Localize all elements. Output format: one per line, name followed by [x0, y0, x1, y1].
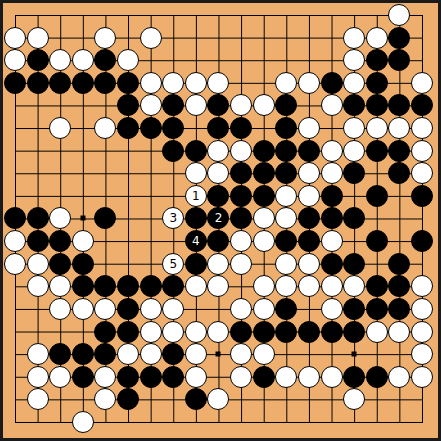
black-stone — [117, 275, 139, 297]
white-stone — [275, 366, 297, 388]
black-stone — [162, 275, 184, 297]
black-stone — [27, 72, 49, 94]
black-stone — [117, 321, 139, 343]
black-stone — [388, 162, 410, 184]
white-stone — [49, 207, 71, 229]
white-stone — [298, 253, 320, 275]
black-stone — [411, 94, 433, 116]
black-stone — [72, 343, 94, 365]
black-stone — [388, 298, 410, 320]
white-stone — [27, 366, 49, 388]
white-stone — [298, 162, 320, 184]
white-stone — [366, 117, 388, 139]
white-stone — [140, 72, 162, 94]
black-stone — [321, 321, 343, 343]
black-stone — [162, 343, 184, 365]
black-stone — [207, 94, 229, 116]
white-stone — [321, 298, 343, 320]
white-stone — [207, 162, 229, 184]
black-stone — [207, 185, 229, 207]
white-stone — [185, 162, 207, 184]
white-stone — [207, 253, 229, 275]
white-stone — [321, 162, 343, 184]
white-stone — [4, 49, 26, 71]
black-stone — [411, 185, 433, 207]
black-stone — [4, 207, 26, 229]
black-stone — [230, 162, 252, 184]
star-point — [352, 352, 357, 357]
black-stone — [321, 72, 343, 94]
white-stone — [4, 230, 26, 252]
black-stone — [275, 162, 297, 184]
black-stone — [49, 230, 71, 252]
white-stone — [343, 49, 365, 71]
numbered-stone-5: 5 — [162, 253, 184, 275]
white-stone — [230, 253, 252, 275]
black-stone — [72, 275, 94, 297]
white-stone — [94, 366, 116, 388]
black-stone — [298, 230, 320, 252]
white-stone — [49, 275, 71, 297]
black-stone — [49, 253, 71, 275]
black-stone — [388, 275, 410, 297]
black-stone — [140, 275, 162, 297]
black-stone — [230, 207, 252, 229]
white-stone — [275, 253, 297, 275]
black-stone — [388, 27, 410, 49]
black-stone — [185, 253, 207, 275]
white-stone — [298, 185, 320, 207]
white-stone — [27, 388, 49, 410]
white-stone — [230, 94, 252, 116]
white-stone — [411, 72, 433, 94]
white-stone — [343, 275, 365, 297]
white-stone — [321, 366, 343, 388]
black-stone — [321, 253, 343, 275]
black-stone — [366, 94, 388, 116]
white-stone — [230, 343, 252, 365]
white-stone — [140, 343, 162, 365]
white-stone — [253, 230, 275, 252]
black-stone — [253, 366, 275, 388]
black-stone — [94, 72, 116, 94]
white-stone — [207, 388, 229, 410]
black-stone — [275, 230, 297, 252]
black-stone — [162, 117, 184, 139]
white-stone — [207, 72, 229, 94]
star-point — [216, 352, 221, 357]
black-stone — [162, 366, 184, 388]
black-stone — [117, 388, 139, 410]
white-stone — [275, 185, 297, 207]
white-stone — [94, 117, 116, 139]
black-stone — [230, 321, 252, 343]
white-stone — [388, 117, 410, 139]
white-stone — [49, 117, 71, 139]
white-stone — [298, 366, 320, 388]
white-stone — [343, 72, 365, 94]
black-stone — [366, 185, 388, 207]
black-stone — [343, 162, 365, 184]
black-stone — [27, 49, 49, 71]
white-stone — [253, 343, 275, 365]
black-stone — [94, 321, 116, 343]
black-stone — [72, 253, 94, 275]
black-stone — [253, 140, 275, 162]
white-stone — [388, 321, 410, 343]
black-stone — [49, 343, 71, 365]
white-stone — [321, 230, 343, 252]
white-stone — [72, 298, 94, 320]
white-stone — [411, 321, 433, 343]
black-stone — [343, 321, 365, 343]
white-stone — [94, 388, 116, 410]
black-stone — [275, 298, 297, 320]
black-stone — [117, 94, 139, 116]
white-stone — [185, 94, 207, 116]
white-stone — [343, 140, 365, 162]
black-stone — [321, 207, 343, 229]
black-stone — [366, 230, 388, 252]
black-stone — [366, 49, 388, 71]
white-stone — [321, 94, 343, 116]
white-stone — [298, 117, 320, 139]
white-stone — [185, 275, 207, 297]
white-stone — [230, 298, 252, 320]
black-stone — [117, 298, 139, 320]
white-stone — [230, 140, 252, 162]
white-stone — [72, 411, 94, 433]
white-stone — [230, 230, 252, 252]
black-stone — [298, 321, 320, 343]
white-stone — [49, 298, 71, 320]
numbered-stone-3: 3 — [162, 207, 184, 229]
black-stone — [94, 49, 116, 71]
white-stone — [162, 72, 184, 94]
white-stone — [298, 275, 320, 297]
white-stone — [298, 72, 320, 94]
black-stone — [207, 117, 229, 139]
white-stone — [411, 140, 433, 162]
black-stone — [162, 140, 184, 162]
black-stone — [366, 298, 388, 320]
black-stone — [253, 321, 275, 343]
black-stone — [140, 366, 162, 388]
white-stone — [253, 94, 275, 116]
black-stone — [230, 185, 252, 207]
white-stone — [275, 207, 297, 229]
go-board: 13245 — [0, 0, 441, 441]
white-stone — [207, 275, 229, 297]
white-stone — [411, 343, 433, 365]
black-stone — [321, 185, 343, 207]
white-stone — [207, 140, 229, 162]
black-stone — [275, 117, 297, 139]
black-stone — [411, 230, 433, 252]
star-point — [80, 216, 85, 221]
white-stone — [411, 162, 433, 184]
white-stone — [27, 275, 49, 297]
black-stone — [4, 72, 26, 94]
black-stone — [162, 94, 184, 116]
black-stone — [366, 366, 388, 388]
white-stone — [185, 366, 207, 388]
black-stone — [298, 140, 320, 162]
white-stone — [27, 253, 49, 275]
white-stone — [49, 49, 71, 71]
black-stone — [94, 207, 116, 229]
white-stone — [185, 72, 207, 94]
black-stone — [343, 298, 365, 320]
white-stone — [27, 343, 49, 365]
black-stone — [207, 230, 229, 252]
white-stone — [343, 27, 365, 49]
black-stone — [388, 253, 410, 275]
black-stone — [343, 94, 365, 116]
white-stone — [275, 72, 297, 94]
go-diagram: 13245 — [0, 0, 441, 441]
white-stone — [275, 275, 297, 297]
white-stone — [72, 49, 94, 71]
numbered-stone-4: 4 — [185, 230, 207, 252]
white-stone — [253, 207, 275, 229]
black-stone — [366, 275, 388, 297]
black-stone — [275, 140, 297, 162]
black-stone — [388, 140, 410, 162]
black-stone — [366, 72, 388, 94]
white-stone — [94, 27, 116, 49]
black-stone — [117, 117, 139, 139]
black-stone — [388, 49, 410, 71]
black-stone — [27, 207, 49, 229]
black-stone — [117, 366, 139, 388]
white-stone — [140, 27, 162, 49]
black-stone — [298, 207, 320, 229]
black-stone — [94, 343, 116, 365]
white-stone — [343, 117, 365, 139]
white-stone — [49, 366, 71, 388]
white-stone — [4, 253, 26, 275]
white-stone — [117, 343, 139, 365]
white-stone — [72, 230, 94, 252]
black-stone — [275, 321, 297, 343]
white-stone — [185, 343, 207, 365]
numbered-stone-2: 2 — [207, 207, 229, 229]
white-stone — [343, 388, 365, 410]
black-stone — [366, 140, 388, 162]
black-stone — [343, 253, 365, 275]
black-stone — [185, 388, 207, 410]
white-stone — [162, 321, 184, 343]
white-stone — [4, 27, 26, 49]
white-stone — [253, 298, 275, 320]
black-stone — [230, 117, 252, 139]
black-stone — [72, 72, 94, 94]
white-stone — [366, 27, 388, 49]
white-stone — [321, 275, 343, 297]
white-stone — [27, 27, 49, 49]
black-stone — [343, 366, 365, 388]
black-stone — [117, 72, 139, 94]
white-stone — [411, 298, 433, 320]
white-stone — [411, 366, 433, 388]
white-stone — [140, 321, 162, 343]
white-stone — [321, 140, 343, 162]
black-stone — [343, 207, 365, 229]
white-stone — [411, 117, 433, 139]
black-stone — [185, 140, 207, 162]
white-stone — [253, 275, 275, 297]
white-stone — [411, 275, 433, 297]
white-stone — [388, 4, 410, 26]
numbered-stone-1: 1 — [185, 185, 207, 207]
white-stone — [140, 298, 162, 320]
black-stone — [253, 162, 275, 184]
white-stone — [207, 321, 229, 343]
white-stone — [162, 298, 184, 320]
black-stone — [49, 72, 71, 94]
black-stone — [140, 117, 162, 139]
white-stone — [185, 321, 207, 343]
white-stone — [230, 366, 252, 388]
black-stone — [185, 207, 207, 229]
white-stone — [94, 298, 116, 320]
black-stone — [72, 366, 94, 388]
black-stone — [27, 230, 49, 252]
black-stone — [388, 94, 410, 116]
black-stone — [94, 275, 116, 297]
white-stone — [366, 321, 388, 343]
black-stone — [253, 185, 275, 207]
white-stone — [140, 94, 162, 116]
white-stone — [388, 366, 410, 388]
black-stone — [275, 94, 297, 116]
white-stone — [117, 49, 139, 71]
